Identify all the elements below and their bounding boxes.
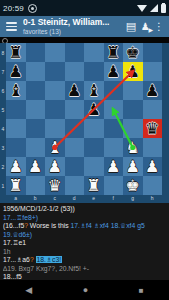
notation-line-1[interactable]: 1956/MCD/1/2-1/2 (53)) (3, 205, 169, 214)
square-b7[interactable] (26, 62, 46, 81)
black-piece-a6: ♝ (9, 83, 23, 99)
white-piece-g1: ♚ (126, 178, 140, 194)
square-h8[interactable] (143, 43, 163, 62)
move-text[interactable]: 17...♗a6 (3, 256, 30, 263)
square-d2[interactable] (65, 157, 85, 176)
square-g2[interactable]: ♟ (123, 157, 143, 176)
square-c5[interactable] (45, 100, 65, 119)
notation-line-2[interactable]: 17...♖fe8+) (3, 214, 169, 223)
current-move[interactable]: 18.♗c3! (36, 256, 63, 263)
page-subtitle: favorites (13) (23, 29, 121, 36)
square-h3[interactable] (143, 138, 163, 157)
file-label-c: c (45, 195, 65, 203)
white-piece-f2: ♟ (106, 159, 120, 175)
file-label-h: h (143, 195, 163, 203)
square-g7[interactable]: ♟ (123, 62, 143, 81)
square-f3[interactable] (104, 138, 124, 157)
board-grid[interactable]: ♜♜♚♟♟♟♝♟♝♟♟♛♝♞♟♟♟♟♟♟♜♛♜♚ (6, 43, 162, 195)
notation-panel[interactable]: 1956/MCD/1/2-1/2 (53))17...♖fe8+)(16...f… (0, 203, 169, 280)
square-d1[interactable] (65, 176, 85, 195)
move-text[interactable]: 17.♗f4 ♗xf4 18.♕xf4 g5 (71, 222, 145, 229)
cell-signal-icon (150, 4, 158, 12)
square-e8[interactable] (84, 43, 104, 62)
notation-line-8[interactable]: ∆19. Bxg7 Kxg7?, 20.Nf5! +- (3, 265, 169, 274)
square-a8[interactable]: ♜ (6, 43, 26, 62)
square-b5[interactable] (26, 100, 46, 119)
white-piece-e1: ♜ (87, 178, 101, 194)
square-f7[interactable]: ♟ (104, 62, 124, 81)
square-b6[interactable] (26, 81, 46, 100)
square-b3[interactable] (26, 138, 46, 157)
android-nav-bar: ◀ ● ■ (0, 280, 169, 300)
square-g1[interactable]: ♚ (123, 176, 143, 195)
square-b4[interactable] (26, 119, 46, 138)
square-a3[interactable] (6, 138, 26, 157)
move-text[interactable]: 18...f5 (3, 273, 22, 280)
white-piece-h2: ♟ (145, 159, 159, 175)
square-b8[interactable] (26, 43, 46, 62)
square-c4[interactable] (45, 119, 65, 138)
black-piece-g8: ♚ (126, 45, 140, 61)
home-button-icon[interactable]: ● (83, 285, 88, 295)
square-g8[interactable]: ♚ (123, 43, 143, 62)
file-label-e: e (84, 195, 104, 203)
square-e1[interactable]: ♜ (84, 176, 104, 195)
square-d7[interactable] (65, 62, 85, 81)
square-a1[interactable]: ♜ (6, 176, 26, 195)
move-text[interactable]: ∆19. Bxg7 Kxg7?, 20.Nf5! +- (3, 265, 89, 272)
square-f8[interactable]: ♜ (104, 43, 124, 62)
square-c3[interactable]: ♝ (45, 138, 65, 157)
recents-button-icon[interactable]: ■ (139, 286, 144, 295)
black-piece-a8: ♜ (9, 45, 23, 61)
square-f6[interactable] (104, 81, 124, 100)
square-c2[interactable]: ♟ (45, 157, 65, 176)
black-piece-d6: ♟ (67, 83, 81, 99)
square-h5[interactable] (143, 100, 163, 119)
square-h6[interactable]: ♟ (143, 81, 163, 100)
square-h2[interactable]: ♟ (143, 157, 163, 176)
square-g6[interactable] (123, 81, 143, 100)
square-b2[interactable]: ♟ (26, 157, 46, 176)
white-piece-c1: ♛ (48, 178, 62, 194)
move-text[interactable]: 17.♖e1 (3, 239, 26, 246)
file-label-b: b (26, 195, 46, 203)
square-g3[interactable]: ♞ (123, 138, 143, 157)
square-f5[interactable] (104, 100, 124, 119)
white-piece-a1: ♜ (9, 178, 23, 194)
game-list-icon[interactable]: ▤ (126, 21, 136, 32)
black-piece-e5: ♟ (87, 102, 101, 118)
white-piece-c2: ♟ (48, 159, 62, 175)
notation-line-5[interactable]: 17.♖e1 (3, 239, 169, 248)
chess-board: 87654321 ♜♜♚♟♟♟♝♟♝♟♟♛♝♞♟♟♟♟♟♟♜♛♜♚ abcdef… (0, 43, 169, 203)
clock-time: 20:59 (3, 4, 24, 13)
page-title: 0-1 Steinitz, William... (23, 18, 121, 27)
white-piece-b2: ♟ (28, 159, 42, 175)
square-a5[interactable] (6, 100, 26, 119)
file-label-d: d (65, 195, 85, 203)
square-d5[interactable] (65, 100, 85, 119)
move-text[interactable]: 17...♖fe8+) (3, 214, 38, 221)
square-d6[interactable]: ♟ (65, 81, 85, 100)
black-piece-a7: ♟ (9, 64, 23, 80)
square-e3[interactable] (84, 138, 104, 157)
black-piece-f7: ♟ (106, 64, 120, 80)
status-bar: 20:59 (0, 0, 169, 16)
black-piece-g7: ♟ (126, 64, 140, 80)
square-f4[interactable] (104, 119, 124, 138)
move-text[interactable]: (16...f5 (3, 222, 24, 229)
square-f2[interactable]: ♟ (104, 157, 124, 176)
square-g4[interactable] (123, 119, 143, 138)
square-a4[interactable] (6, 119, 26, 138)
square-a6[interactable]: ♝ (6, 81, 26, 100)
move-text[interactable]: 19.♕d6±) (3, 231, 32, 238)
square-e7[interactable] (84, 62, 104, 81)
black-piece-e6: ♝ (87, 83, 101, 99)
black-piece-h6: ♟ (145, 83, 159, 99)
overflow-menu-icon[interactable]: ⋮ (154, 22, 164, 32)
move-text[interactable]: Worse is this (28, 222, 71, 229)
square-e5[interactable]: ♟ (84, 100, 104, 119)
square-f1[interactable] (104, 176, 124, 195)
file-label-g: g (123, 195, 143, 203)
move-text[interactable]: 1956/MCD/1/2-1/2 (53)) (3, 205, 75, 212)
square-h4[interactable]: ♛ (143, 119, 163, 138)
engine-play-icon[interactable]: ♟▶ (141, 22, 150, 32)
square-h1[interactable] (143, 176, 163, 195)
square-a7[interactable]: ♟ (6, 62, 26, 81)
square-a2[interactable]: ♟ (6, 157, 26, 176)
move-text[interactable]: 1h (3, 248, 11, 255)
notation-line-3[interactable]: (16...f5? Worse is this 17.♗f4 ♗xf4 18.♕… (3, 222, 169, 231)
white-piece-g3: ♞ (126, 140, 140, 156)
white-piece-g2: ♟ (126, 159, 140, 175)
square-d3[interactable] (65, 138, 85, 157)
black-piece-h4: ♛ (145, 121, 159, 137)
file-label-a: a (6, 195, 26, 203)
menu-icon[interactable] (6, 22, 17, 31)
white-piece-a2: ♟ (9, 159, 23, 175)
square-c7[interactable] (45, 62, 65, 81)
square-b1[interactable] (26, 176, 46, 195)
notification-icon (28, 4, 37, 13)
black-piece-f8: ♜ (106, 45, 120, 61)
square-c1[interactable]: ♛ (45, 176, 65, 195)
square-e4[interactable] (84, 119, 104, 138)
square-h7[interactable] (143, 62, 163, 81)
wifi-icon (137, 5, 147, 12)
notation-line-7[interactable]: 17...♗a6? 18.♗c3! (3, 256, 169, 265)
square-d8[interactable] (65, 43, 85, 62)
white-piece-c3: ♝ (48, 140, 62, 156)
app-bar: 0-1 Steinitz, William... favorites (13) … (0, 16, 169, 37)
square-e6[interactable]: ♝ (84, 81, 104, 100)
square-c8[interactable] (45, 43, 65, 62)
battery-icon (161, 4, 166, 13)
square-d4[interactable] (65, 119, 85, 138)
back-button-icon[interactable]: ◀ (25, 285, 32, 295)
notation-line-6[interactable]: 1h (3, 248, 169, 257)
file-labels: abcdefgh (6, 195, 162, 203)
file-label-f: f (104, 195, 124, 203)
square-g5[interactable] (123, 100, 143, 119)
square-e2[interactable] (84, 157, 104, 176)
square-c6[interactable] (45, 81, 65, 100)
notation-line-4[interactable]: 19.♕d6±) (3, 231, 169, 240)
